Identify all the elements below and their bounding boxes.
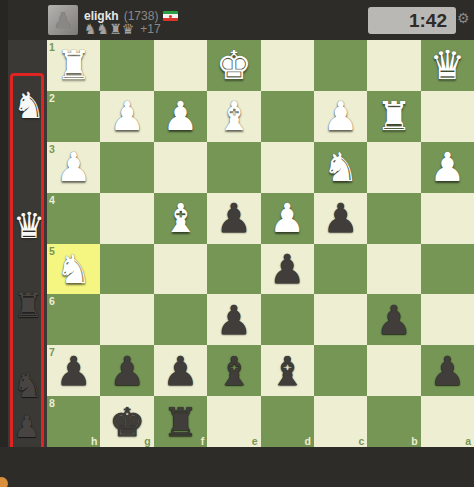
captured-queen-icon: ♛ <box>122 22 132 36</box>
square-a4[interactable] <box>421 193 474 244</box>
piece-wP-d4[interactable]: ♟ <box>261 193 314 244</box>
square-a3[interactable]: ♟ <box>421 142 474 193</box>
square-g4[interactable] <box>100 193 153 244</box>
rank-label-4: 4 <box>49 194 55 206</box>
gear-icon[interactable]: ⚙ <box>457 11 470 25</box>
selector-piece-wQ[interactable]: ♛ <box>13 208 41 244</box>
piece-wR-b2[interactable]: ♜ <box>367 91 420 142</box>
square-d2[interactable] <box>261 91 314 142</box>
square-c1[interactable] <box>314 40 367 91</box>
file-label-c: c <box>358 435 364 447</box>
square-e3[interactable] <box>207 142 260 193</box>
piece-wQ-a1[interactable]: ♛ <box>421 40 474 91</box>
square-g5[interactable] <box>100 244 153 295</box>
square-f8[interactable]: f♜ <box>154 396 207 447</box>
piece-bP-h7[interactable]: ♟ <box>47 345 100 396</box>
top-player-captured-pieces: +17 ♞♞♜♛ <box>84 22 161 36</box>
square-e4[interactable]: ♟ <box>207 193 260 244</box>
square-a1[interactable]: ♛ <box>421 40 474 91</box>
top-player-bar: ♟ eligkh (1738) +17 ♞♞♜♛ 1:42 ⚙ <box>0 0 474 40</box>
selector-piece-bR[interactable]: ♜ <box>13 288 41 322</box>
square-g3[interactable] <box>100 142 153 193</box>
selector-piece-bN[interactable]: ♞ <box>13 368 41 402</box>
piece-selector-red-box: ♞♛♜♞♟ <box>10 73 44 453</box>
piece-wP-h3[interactable]: ♟ <box>47 142 100 193</box>
square-f7[interactable]: ♟ <box>154 345 207 396</box>
square-b5[interactable] <box>367 244 420 295</box>
rank-label-6: 6 <box>49 295 55 307</box>
bottom-player-bar: pdrpnht (1517) ♟ ♟♟ 0:00 <box>0 447 474 487</box>
square-f3[interactable] <box>154 142 207 193</box>
piece-bP-c4[interactable]: ♟ <box>314 193 367 244</box>
square-d1[interactable] <box>261 40 314 91</box>
piece-wP-a3[interactable]: ♟ <box>421 142 474 193</box>
rank-label-8: 8 <box>49 397 55 409</box>
material-advantage: +17 <box>140 22 160 36</box>
square-b8[interactable]: b <box>367 396 420 447</box>
square-g1[interactable] <box>100 40 153 91</box>
square-h2[interactable]: 2 <box>47 91 100 142</box>
file-label-h: h <box>91 435 97 447</box>
square-g2[interactable]: ♟ <box>100 91 153 142</box>
selector-piece-wN[interactable]: ♞ <box>13 88 41 124</box>
square-b3[interactable] <box>367 142 420 193</box>
square-f2[interactable]: ♟ <box>154 91 207 142</box>
file-label-e: e <box>252 435 258 447</box>
rank-label-2: 2 <box>49 92 55 104</box>
square-d3[interactable] <box>261 142 314 193</box>
square-c5[interactable] <box>314 244 367 295</box>
square-e2[interactable]: ♝ <box>207 91 260 142</box>
square-g8[interactable]: g♚ <box>100 396 153 447</box>
square-b6[interactable]: ♟ <box>367 294 420 345</box>
square-a5[interactable] <box>421 244 474 295</box>
file-label-b: b <box>411 435 417 447</box>
square-e5[interactable] <box>207 244 260 295</box>
file-label-d: d <box>304 435 310 447</box>
square-c6[interactable] <box>314 294 367 345</box>
pawn-avatar-icon: ♟ <box>53 8 73 33</box>
piece-wP-f2[interactable]: ♟ <box>154 91 207 142</box>
piece-wB-e2[interactable]: ♝ <box>207 91 260 142</box>
square-h4[interactable]: 4 <box>47 193 100 244</box>
square-a7[interactable]: ♟ <box>421 345 474 396</box>
piece-bP-f7[interactable]: ♟ <box>154 345 207 396</box>
piece-bP-b6[interactable]: ♟ <box>367 294 420 345</box>
square-e1[interactable]: ♚ <box>207 40 260 91</box>
square-f4[interactable]: ♝ <box>154 193 207 244</box>
square-b1[interactable] <box>367 40 420 91</box>
square-h6[interactable]: 6 <box>47 294 100 345</box>
square-h7[interactable]: 7♟ <box>47 345 100 396</box>
piece-bP-e4[interactable]: ♟ <box>207 193 260 244</box>
selector-piece-bP[interactable]: ♟ <box>13 412 41 442</box>
square-d8[interactable]: d <box>261 396 314 447</box>
square-c8[interactable]: c <box>314 396 367 447</box>
piece-wK-e1[interactable]: ♚ <box>207 40 260 91</box>
piece-bB-e7[interactable]: ♝ <box>207 345 260 396</box>
square-h3[interactable]: 3♟ <box>47 142 100 193</box>
square-h5[interactable]: 5♞ <box>47 244 100 295</box>
piece-bP-a7[interactable]: ♟ <box>421 345 474 396</box>
square-f1[interactable] <box>154 40 207 91</box>
file-label-a: a <box>465 435 471 447</box>
iran-flag-icon <box>163 11 178 21</box>
square-h1[interactable]: 1♜ <box>47 40 100 91</box>
square-f5[interactable] <box>154 244 207 295</box>
square-b7[interactable] <box>367 345 420 396</box>
piece-wP-g2[interactable]: ♟ <box>100 91 153 142</box>
square-b4[interactable] <box>367 193 420 244</box>
piece-wN-h5[interactable]: ♞ <box>47 244 100 295</box>
square-c2[interactable]: ♟ <box>314 91 367 142</box>
piece-bP-e6[interactable]: ♟ <box>207 294 260 345</box>
square-c3[interactable]: ♞ <box>314 142 367 193</box>
piece-wR-h1[interactable]: ♜ <box>47 40 100 91</box>
square-h8[interactable]: 8h <box>47 396 100 447</box>
square-e8[interactable]: e <box>207 396 260 447</box>
square-g7[interactable]: ♟ <box>100 345 153 396</box>
chess-board: 1♜♚♛2♟♟♝♟♜3♟♞♟4♝♟♟♟5♞♟6♟♟7♟♟♟♝♝♟8hg♚f♜ed… <box>47 40 474 447</box>
square-d7[interactable]: ♝ <box>261 345 314 396</box>
left-edge-strip <box>0 0 8 487</box>
piece-wP-c2[interactable]: ♟ <box>314 91 367 142</box>
square-a6[interactable] <box>421 294 474 345</box>
piece-wN-c3[interactable]: ♞ <box>314 142 367 193</box>
square-d6[interactable] <box>261 294 314 345</box>
square-a8[interactable]: a <box>421 396 474 447</box>
captured-knight-icon: ♞ <box>97 22 107 36</box>
piece-bB-d7[interactable]: ♝ <box>261 345 314 396</box>
top-player-clock: 1:42 <box>368 7 456 34</box>
square-b2[interactable]: ♜ <box>367 91 420 142</box>
chess-app: ♟ eligkh (1738) +17 ♞♞♜♛ 1:42 ⚙ ♞♛♜♞♟ 1♜… <box>0 0 474 487</box>
square-c7[interactable] <box>314 345 367 396</box>
square-d5[interactable]: ♟ <box>261 244 314 295</box>
piece-bR-f8[interactable]: ♜ <box>154 396 207 447</box>
square-d4[interactable]: ♟ <box>261 193 314 244</box>
top-player-avatar[interactable]: ♟ <box>48 5 78 35</box>
square-e6[interactable]: ♟ <box>207 294 260 345</box>
square-a2[interactable] <box>421 91 474 142</box>
piece-wB-f4[interactable]: ♝ <box>154 193 207 244</box>
piece-bP-g7[interactable]: ♟ <box>100 345 153 396</box>
piece-bP-d5[interactable]: ♟ <box>261 244 314 295</box>
square-c4[interactable]: ♟ <box>314 193 367 244</box>
square-e7[interactable]: ♝ <box>207 345 260 396</box>
square-g6[interactable] <box>100 294 153 345</box>
square-f6[interactable] <box>154 294 207 345</box>
piece-bK-g8[interactable]: ♚ <box>100 396 153 447</box>
captured-knight-icon: ♞ <box>84 22 94 36</box>
captured-rook-icon: ♜ <box>109 22 119 36</box>
